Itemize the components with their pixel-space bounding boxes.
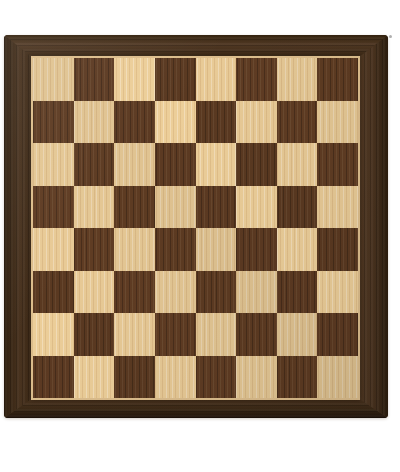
square-g8[interactable] <box>277 58 318 101</box>
square-d4[interactable] <box>155 228 196 271</box>
square-b6[interactable] <box>74 143 115 186</box>
square-a1[interactable] <box>33 356 74 399</box>
square-e1[interactable] <box>196 356 237 399</box>
frame-rail-top <box>4 35 388 58</box>
square-g2[interactable] <box>277 313 318 356</box>
square-e6[interactable] <box>196 143 237 186</box>
square-b7[interactable] <box>74 101 115 144</box>
frame-rail-right <box>358 35 388 418</box>
photo-background <box>0 0 400 472</box>
square-c5[interactable] <box>114 186 155 229</box>
square-a6[interactable] <box>33 143 74 186</box>
square-b4[interactable] <box>74 228 115 271</box>
frame-rail-left <box>4 35 33 418</box>
square-g3[interactable] <box>277 271 318 314</box>
square-h7[interactable] <box>317 101 358 144</box>
square-e2[interactable] <box>196 313 237 356</box>
square-d5[interactable] <box>155 186 196 229</box>
square-b2[interactable] <box>74 313 115 356</box>
square-h2[interactable] <box>317 313 358 356</box>
square-f1[interactable] <box>236 356 277 399</box>
square-h1[interactable] <box>317 356 358 399</box>
square-g6[interactable] <box>277 143 318 186</box>
square-f4[interactable] <box>236 228 277 271</box>
square-c6[interactable] <box>114 143 155 186</box>
square-d2[interactable] <box>155 313 196 356</box>
square-b8[interactable] <box>74 58 115 101</box>
square-c3[interactable] <box>114 271 155 314</box>
square-h8[interactable] <box>317 58 358 101</box>
square-f5[interactable] <box>236 186 277 229</box>
square-a3[interactable] <box>33 271 74 314</box>
square-d3[interactable] <box>155 271 196 314</box>
square-c1[interactable] <box>114 356 155 399</box>
square-e4[interactable] <box>196 228 237 271</box>
playing-area <box>33 58 358 398</box>
square-a8[interactable] <box>33 58 74 101</box>
square-d1[interactable] <box>155 356 196 399</box>
chessboard <box>4 35 388 418</box>
square-f3[interactable] <box>236 271 277 314</box>
square-a2[interactable] <box>33 313 74 356</box>
square-e7[interactable] <box>196 101 237 144</box>
square-f8[interactable] <box>236 58 277 101</box>
square-c2[interactable] <box>114 313 155 356</box>
square-c4[interactable] <box>114 228 155 271</box>
square-d6[interactable] <box>155 143 196 186</box>
square-c8[interactable] <box>114 58 155 101</box>
square-g1[interactable] <box>277 356 318 399</box>
square-d8[interactable] <box>155 58 196 101</box>
square-g4[interactable] <box>277 228 318 271</box>
square-g5[interactable] <box>277 186 318 229</box>
square-e5[interactable] <box>196 186 237 229</box>
square-f2[interactable] <box>236 313 277 356</box>
square-e8[interactable] <box>196 58 237 101</box>
square-g7[interactable] <box>277 101 318 144</box>
square-e3[interactable] <box>196 271 237 314</box>
square-h3[interactable] <box>317 271 358 314</box>
frame-rail-bottom <box>4 398 388 418</box>
square-b1[interactable] <box>74 356 115 399</box>
square-c7[interactable] <box>114 101 155 144</box>
square-f6[interactable] <box>236 143 277 186</box>
dust-speck <box>389 35 392 38</box>
square-f7[interactable] <box>236 101 277 144</box>
square-a4[interactable] <box>33 228 74 271</box>
square-a5[interactable] <box>33 186 74 229</box>
square-b5[interactable] <box>74 186 115 229</box>
square-h6[interactable] <box>317 143 358 186</box>
square-b3[interactable] <box>74 271 115 314</box>
square-a7[interactable] <box>33 101 74 144</box>
square-h4[interactable] <box>317 228 358 271</box>
square-d7[interactable] <box>155 101 196 144</box>
square-h5[interactable] <box>317 186 358 229</box>
